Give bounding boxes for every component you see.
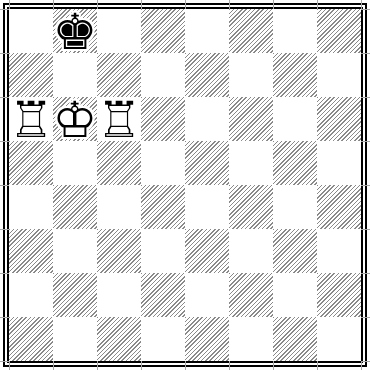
- square-h8[interactable]: [317, 9, 361, 53]
- square-g4[interactable]: [273, 185, 317, 229]
- square-d8[interactable]: [141, 9, 185, 53]
- square-a5[interactable]: [9, 141, 53, 185]
- square-d2[interactable]: [141, 273, 185, 317]
- square-h2[interactable]: [317, 273, 361, 317]
- square-h7[interactable]: [317, 53, 361, 97]
- square-e3[interactable]: [185, 229, 229, 273]
- square-f1[interactable]: [229, 317, 273, 361]
- square-a6[interactable]: ♜♖: [9, 97, 53, 141]
- black-king[interactable]: ♚♚: [53, 9, 97, 53]
- square-h1[interactable]: [317, 317, 361, 361]
- square-c6[interactable]: ♜♖: [97, 97, 141, 141]
- chess-board-frame: ♚♚♜♖♚♔♜♖: [3, 3, 367, 367]
- square-a2[interactable]: [9, 273, 53, 317]
- square-b8[interactable]: ♚♚: [53, 9, 97, 53]
- square-f3[interactable]: [229, 229, 273, 273]
- white-rook[interactable]: ♜♖: [9, 97, 53, 141]
- square-g2[interactable]: [273, 273, 317, 317]
- square-c8[interactable]: [97, 9, 141, 53]
- square-e4[interactable]: [185, 185, 229, 229]
- square-d7[interactable]: [141, 53, 185, 97]
- square-c5[interactable]: [97, 141, 141, 185]
- square-g6[interactable]: [273, 97, 317, 141]
- square-b2[interactable]: [53, 273, 97, 317]
- square-h4[interactable]: [317, 185, 361, 229]
- square-g1[interactable]: [273, 317, 317, 361]
- white-king[interactable]: ♚♔: [53, 97, 97, 141]
- square-b6[interactable]: ♚♔: [53, 97, 97, 141]
- square-g8[interactable]: [273, 9, 317, 53]
- square-b3[interactable]: [53, 229, 97, 273]
- square-h3[interactable]: [317, 229, 361, 273]
- square-a4[interactable]: [9, 185, 53, 229]
- square-g3[interactable]: [273, 229, 317, 273]
- black-king-glyph: ♚: [53, 10, 97, 54]
- square-d4[interactable]: [141, 185, 185, 229]
- white-rook-glyph: ♖: [9, 98, 53, 142]
- white-king-glyph: ♔: [53, 98, 97, 142]
- square-c2[interactable]: [97, 273, 141, 317]
- square-h5[interactable]: [317, 141, 361, 185]
- square-e2[interactable]: [185, 273, 229, 317]
- square-a3[interactable]: [9, 229, 53, 273]
- square-f7[interactable]: [229, 53, 273, 97]
- square-c1[interactable]: [97, 317, 141, 361]
- square-d5[interactable]: [141, 141, 185, 185]
- square-e1[interactable]: [185, 317, 229, 361]
- white-rook[interactable]: ♜♖: [97, 97, 141, 141]
- square-b4[interactable]: [53, 185, 97, 229]
- square-a1[interactable]: [9, 317, 53, 361]
- square-f2[interactable]: [229, 273, 273, 317]
- square-g5[interactable]: [273, 141, 317, 185]
- chess-diagram-page: ♚♚♜♖♚♔♜♖: [0, 0, 370, 370]
- board-grid: ♚♚♜♖♚♔♜♖: [9, 9, 361, 361]
- square-c4[interactable]: [97, 185, 141, 229]
- square-e7[interactable]: [185, 53, 229, 97]
- square-c3[interactable]: [97, 229, 141, 273]
- square-g7[interactable]: [273, 53, 317, 97]
- square-d1[interactable]: [141, 317, 185, 361]
- square-e5[interactable]: [185, 141, 229, 185]
- square-e6[interactable]: [185, 97, 229, 141]
- square-f5[interactable]: [229, 141, 273, 185]
- white-rook-glyph: ♖: [97, 98, 141, 142]
- square-a8[interactable]: [9, 9, 53, 53]
- square-f4[interactable]: [229, 185, 273, 229]
- chess-board-inner-frame: ♚♚♜♖♚♔♜♖: [7, 7, 363, 363]
- square-b5[interactable]: [53, 141, 97, 185]
- square-f6[interactable]: [229, 97, 273, 141]
- square-e8[interactable]: [185, 9, 229, 53]
- square-d6[interactable]: [141, 97, 185, 141]
- square-h6[interactable]: [317, 97, 361, 141]
- square-d3[interactable]: [141, 229, 185, 273]
- square-b1[interactable]: [53, 317, 97, 361]
- square-f8[interactable]: [229, 9, 273, 53]
